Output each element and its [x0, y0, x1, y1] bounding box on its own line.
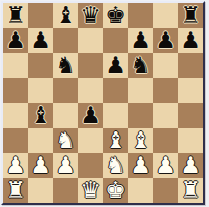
- piece-white-pawn[interactable]: ♟: [130, 153, 151, 178]
- square-a5[interactable]: [3, 78, 28, 103]
- square-a1[interactable]: ♜: [3, 178, 28, 203]
- square-b5[interactable]: [28, 78, 53, 103]
- square-e4[interactable]: [103, 103, 128, 128]
- piece-black-king[interactable]: ♚: [105, 3, 126, 28]
- square-b1[interactable]: [28, 178, 53, 203]
- chess-board-frame: ♜♝♛♚♜♟♟♟♟♟♞♟♞♝♟♞♝♝♟♟♟♞♟♟♟♜♛♚♜: [1, 1, 205, 205]
- piece-white-knight[interactable]: ♞: [55, 128, 76, 153]
- square-c8[interactable]: ♝: [53, 3, 78, 28]
- square-g3[interactable]: [153, 128, 178, 153]
- piece-white-pawn[interactable]: ♟: [155, 153, 176, 178]
- piece-white-pawn[interactable]: ♟: [5, 153, 26, 178]
- square-c1[interactable]: [53, 178, 78, 203]
- piece-white-pawn[interactable]: ♟: [55, 153, 76, 178]
- piece-white-king[interactable]: ♚: [105, 178, 126, 203]
- square-b6[interactable]: [28, 53, 53, 78]
- square-f6[interactable]: ♞: [128, 53, 153, 78]
- square-a4[interactable]: [3, 103, 28, 128]
- square-g2[interactable]: ♟: [153, 153, 178, 178]
- square-d6[interactable]: [78, 53, 103, 78]
- square-g7[interactable]: ♟: [153, 28, 178, 53]
- square-h1[interactable]: ♜: [178, 178, 203, 203]
- piece-white-bishop[interactable]: ♝: [130, 128, 151, 153]
- square-a8[interactable]: ♜: [3, 3, 28, 28]
- piece-black-pawn[interactable]: ♟: [105, 53, 126, 78]
- square-h3[interactable]: [178, 128, 203, 153]
- piece-white-pawn[interactable]: ♟: [30, 153, 51, 178]
- square-g1[interactable]: [153, 178, 178, 203]
- piece-black-rook[interactable]: ♜: [180, 3, 201, 28]
- piece-black-knight[interactable]: ♞: [55, 53, 76, 78]
- square-b8[interactable]: [28, 3, 53, 28]
- square-d3[interactable]: [78, 128, 103, 153]
- square-a7[interactable]: ♟: [3, 28, 28, 53]
- piece-white-rook[interactable]: ♜: [180, 178, 201, 203]
- square-d5[interactable]: [78, 78, 103, 103]
- piece-black-pawn[interactable]: ♟: [130, 28, 151, 53]
- square-c7[interactable]: [53, 28, 78, 53]
- square-e8[interactable]: ♚: [103, 3, 128, 28]
- square-e5[interactable]: [103, 78, 128, 103]
- square-d7[interactable]: [78, 28, 103, 53]
- square-h8[interactable]: ♜: [178, 3, 203, 28]
- square-h4[interactable]: [178, 103, 203, 128]
- square-h5[interactable]: [178, 78, 203, 103]
- square-h7[interactable]: ♟: [178, 28, 203, 53]
- square-d2[interactable]: [78, 153, 103, 178]
- chess-diagram: ♜♝♛♚♜♟♟♟♟♟♞♟♞♝♟♞♝♝♟♟♟♞♟♟♟♜♛♚♜: [0, 0, 209, 207]
- square-g4[interactable]: [153, 103, 178, 128]
- square-a2[interactable]: ♟: [3, 153, 28, 178]
- piece-white-rook[interactable]: ♜: [5, 178, 26, 203]
- piece-black-bishop[interactable]: ♝: [55, 3, 76, 28]
- piece-black-pawn[interactable]: ♟: [30, 28, 51, 53]
- square-g5[interactable]: [153, 78, 178, 103]
- square-g8[interactable]: [153, 3, 178, 28]
- square-d1[interactable]: ♛: [78, 178, 103, 203]
- piece-black-pawn[interactable]: ♟: [80, 103, 101, 128]
- square-e3[interactable]: ♝: [103, 128, 128, 153]
- square-c3[interactable]: ♞: [53, 128, 78, 153]
- piece-white-queen[interactable]: ♛: [80, 178, 101, 203]
- square-e6[interactable]: ♟: [103, 53, 128, 78]
- square-d4[interactable]: ♟: [78, 103, 103, 128]
- square-c4[interactable]: [53, 103, 78, 128]
- piece-black-pawn[interactable]: ♟: [5, 28, 26, 53]
- square-f2[interactable]: ♟: [128, 153, 153, 178]
- square-c6[interactable]: ♞: [53, 53, 78, 78]
- square-c2[interactable]: ♟: [53, 153, 78, 178]
- piece-black-rook[interactable]: ♜: [5, 3, 26, 28]
- piece-white-knight[interactable]: ♞: [105, 153, 126, 178]
- square-h6[interactable]: [178, 53, 203, 78]
- square-e2[interactable]: ♞: [103, 153, 128, 178]
- square-f4[interactable]: [128, 103, 153, 128]
- chess-board: ♜♝♛♚♜♟♟♟♟♟♞♟♞♝♟♞♝♝♟♟♟♞♟♟♟♜♛♚♜: [3, 3, 203, 203]
- piece-black-knight[interactable]: ♞: [130, 53, 151, 78]
- piece-black-bishop[interactable]: ♝: [30, 103, 51, 128]
- square-f8[interactable]: [128, 3, 153, 28]
- square-a6[interactable]: [3, 53, 28, 78]
- square-c5[interactable]: [53, 78, 78, 103]
- square-f7[interactable]: ♟: [128, 28, 153, 53]
- square-e1[interactable]: ♚: [103, 178, 128, 203]
- piece-white-pawn[interactable]: ♟: [180, 153, 201, 178]
- square-f1[interactable]: [128, 178, 153, 203]
- square-f3[interactable]: ♝: [128, 128, 153, 153]
- piece-black-queen[interactable]: ♛: [80, 3, 101, 28]
- piece-black-pawn[interactable]: ♟: [155, 28, 176, 53]
- square-b4[interactable]: ♝: [28, 103, 53, 128]
- square-b2[interactable]: ♟: [28, 153, 53, 178]
- square-e7[interactable]: [103, 28, 128, 53]
- piece-white-bishop[interactable]: ♝: [105, 128, 126, 153]
- square-d8[interactable]: ♛: [78, 3, 103, 28]
- square-b3[interactable]: [28, 128, 53, 153]
- piece-black-pawn[interactable]: ♟: [180, 28, 201, 53]
- square-f5[interactable]: [128, 78, 153, 103]
- square-g6[interactable]: [153, 53, 178, 78]
- square-h2[interactable]: ♟: [178, 153, 203, 178]
- square-a3[interactable]: [3, 128, 28, 153]
- square-b7[interactable]: ♟: [28, 28, 53, 53]
